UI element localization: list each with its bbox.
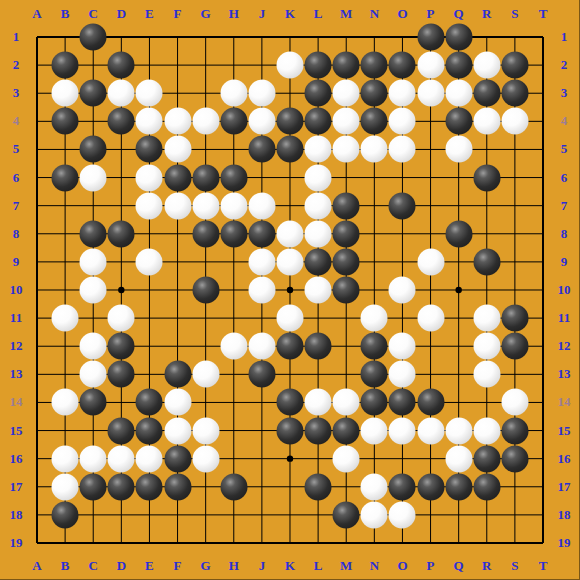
white-stone-L8[interactable] <box>305 220 332 247</box>
white-stone-G13[interactable] <box>192 361 219 388</box>
black-stone-G10[interactable] <box>192 276 219 303</box>
white-stone-R11[interactable] <box>473 305 500 332</box>
row-label-left-7: 7 <box>13 198 20 214</box>
white-stone-B11[interactable] <box>52 305 79 332</box>
black-stone-H4[interactable] <box>220 108 247 135</box>
black-stone-M7[interactable] <box>333 192 360 219</box>
black-stone-N13[interactable] <box>361 361 388 388</box>
white-stone-P3[interactable] <box>417 80 444 107</box>
black-stone-N12[interactable] <box>361 333 388 360</box>
col-label-top-P: P <box>427 6 435 22</box>
row-label-left-1: 1 <box>13 29 20 45</box>
col-label-top-R: R <box>482 6 491 22</box>
row-label-right-1: 1 <box>561 29 568 45</box>
black-stone-S16[interactable] <box>501 445 528 472</box>
white-stone-C6[interactable] <box>80 164 107 191</box>
col-label-top-D: D <box>117 6 126 22</box>
white-stone-G16[interactable] <box>192 445 219 472</box>
black-stone-J8[interactable] <box>248 220 275 247</box>
col-label-top-H: H <box>229 6 239 22</box>
black-stone-D2[interactable] <box>108 52 135 79</box>
white-stone-F14[interactable] <box>164 389 191 416</box>
col-label-top-M: M <box>340 6 352 22</box>
black-stone-L2[interactable] <box>305 52 332 79</box>
col-label-bottom-B: B <box>61 558 70 574</box>
black-stone-Q2[interactable] <box>445 52 472 79</box>
white-stone-N5[interactable] <box>361 136 388 163</box>
white-stone-D3[interactable] <box>108 80 135 107</box>
black-stone-S12[interactable] <box>501 333 528 360</box>
row-label-left-5: 5 <box>13 141 20 157</box>
white-stone-M3[interactable] <box>333 80 360 107</box>
white-stone-F15[interactable] <box>164 417 191 444</box>
row-label-right-9: 9 <box>561 254 568 270</box>
black-stone-R3[interactable] <box>473 80 500 107</box>
black-stone-B2[interactable] <box>52 52 79 79</box>
row-label-right-10: 10 <box>558 282 571 298</box>
black-stone-Q8[interactable] <box>445 220 472 247</box>
black-stone-K5[interactable] <box>276 136 303 163</box>
black-stone-P14[interactable] <box>417 389 444 416</box>
black-stone-C1[interactable] <box>80 24 107 51</box>
white-stone-B14[interactable] <box>52 389 79 416</box>
white-stone-Q5[interactable] <box>445 136 472 163</box>
white-stone-M5[interactable] <box>333 136 360 163</box>
white-stone-L6[interactable] <box>305 164 332 191</box>
black-stone-B6[interactable] <box>52 164 79 191</box>
row-label-left-14: 14 <box>10 394 23 410</box>
black-stone-E15[interactable] <box>136 417 163 444</box>
white-stone-L10[interactable] <box>305 276 332 303</box>
black-stone-N2[interactable] <box>361 52 388 79</box>
black-stone-R9[interactable] <box>473 248 500 275</box>
white-stone-L14[interactable] <box>305 389 332 416</box>
row-label-left-9: 9 <box>13 254 20 270</box>
black-stone-Q17[interactable] <box>445 473 472 500</box>
black-stone-J13[interactable] <box>248 361 275 388</box>
row-label-right-14: 14 <box>558 394 571 410</box>
row-label-left-6: 6 <box>13 170 20 186</box>
black-stone-Q4[interactable] <box>445 108 472 135</box>
row-label-right-18: 18 <box>558 507 571 523</box>
white-stone-N11[interactable] <box>361 305 388 332</box>
white-stone-P15[interactable] <box>417 417 444 444</box>
col-label-bottom-S: S <box>511 558 518 574</box>
black-stone-E17[interactable] <box>136 473 163 500</box>
white-stone-R15[interactable] <box>473 417 500 444</box>
white-stone-E6[interactable] <box>136 164 163 191</box>
white-stone-C13[interactable] <box>80 361 107 388</box>
row-label-left-19: 19 <box>10 535 23 551</box>
col-label-top-S: S <box>511 6 518 22</box>
black-stone-R6[interactable] <box>473 164 500 191</box>
white-stone-Q16[interactable] <box>445 445 472 472</box>
white-stone-J4[interactable] <box>248 108 275 135</box>
row-label-left-8: 8 <box>13 226 20 242</box>
col-label-top-Q: Q <box>454 6 464 22</box>
white-stone-E9[interactable] <box>136 248 163 275</box>
row-label-left-13: 13 <box>10 366 23 382</box>
white-stone-K11[interactable] <box>276 305 303 332</box>
white-stone-F7[interactable] <box>164 192 191 219</box>
black-stone-B18[interactable] <box>52 501 79 528</box>
black-stone-D13[interactable] <box>108 361 135 388</box>
black-stone-N4[interactable] <box>361 108 388 135</box>
row-label-left-16: 16 <box>10 451 23 467</box>
black-stone-O14[interactable] <box>389 389 416 416</box>
col-label-top-B: B <box>61 6 70 22</box>
row-label-right-15: 15 <box>558 423 571 439</box>
col-label-bottom-C: C <box>89 558 98 574</box>
white-stone-O13[interactable] <box>389 361 416 388</box>
row-label-left-15: 15 <box>10 423 23 439</box>
white-stone-L7[interactable] <box>305 192 332 219</box>
black-stone-D12[interactable] <box>108 333 135 360</box>
white-stone-J3[interactable] <box>248 80 275 107</box>
black-stone-Q1[interactable] <box>445 24 472 51</box>
white-stone-O4[interactable] <box>389 108 416 135</box>
white-stone-J10[interactable] <box>248 276 275 303</box>
black-stone-S11[interactable] <box>501 305 528 332</box>
col-label-bottom-P: P <box>427 558 435 574</box>
black-stone-K4[interactable] <box>276 108 303 135</box>
white-stone-L5[interactable] <box>305 136 332 163</box>
black-stone-G8[interactable] <box>192 220 219 247</box>
white-stone-G7[interactable] <box>192 192 219 219</box>
white-stone-O18[interactable] <box>389 501 416 528</box>
black-stone-N14[interactable] <box>361 389 388 416</box>
col-label-top-G: G <box>201 6 211 22</box>
black-stone-L12[interactable] <box>305 333 332 360</box>
col-label-top-J: J <box>259 6 266 22</box>
col-label-bottom-Q: Q <box>454 558 464 574</box>
black-stone-L4[interactable] <box>305 108 332 135</box>
row-label-left-17: 17 <box>10 479 23 495</box>
row-label-left-3: 3 <box>13 85 20 101</box>
col-label-bottom-E: E <box>145 558 154 574</box>
col-label-bottom-A: A <box>32 558 41 574</box>
black-stone-M2[interactable] <box>333 52 360 79</box>
black-stone-C8[interactable] <box>80 220 107 247</box>
col-label-bottom-M: M <box>340 558 352 574</box>
col-label-top-A: A <box>32 6 41 22</box>
col-label-top-L: L <box>314 6 323 22</box>
white-stone-P9[interactable] <box>417 248 444 275</box>
white-stone-O15[interactable] <box>389 417 416 444</box>
black-stone-B4[interactable] <box>52 108 79 135</box>
white-stone-R4[interactable] <box>473 108 500 135</box>
row-label-right-11: 11 <box>558 310 570 326</box>
black-stone-H8[interactable] <box>220 220 247 247</box>
white-stone-B3[interactable] <box>52 80 79 107</box>
col-label-bottom-F: F <box>174 558 182 574</box>
white-stone-N15[interactable] <box>361 417 388 444</box>
col-label-top-K: K <box>285 6 295 22</box>
white-stone-S4[interactable] <box>501 108 528 135</box>
white-stone-D16[interactable] <box>108 445 135 472</box>
white-stone-R12[interactable] <box>473 333 500 360</box>
col-label-bottom-L: L <box>314 558 323 574</box>
black-stone-F6[interactable] <box>164 164 191 191</box>
white-stone-H7[interactable] <box>220 192 247 219</box>
white-stone-E16[interactable] <box>136 445 163 472</box>
black-stone-S3[interactable] <box>501 80 528 107</box>
go-board-screenshot: AABBCCDDEEFFGGHHJJKKLLMMNNOOPPQQRRSSTT11… <box>0 0 580 580</box>
black-stone-D8[interactable] <box>108 220 135 247</box>
row-label-left-18: 18 <box>10 507 23 523</box>
black-stone-J5[interactable] <box>248 136 275 163</box>
row-label-right-8: 8 <box>561 226 568 242</box>
col-label-bottom-R: R <box>482 558 491 574</box>
white-stone-C12[interactable] <box>80 333 107 360</box>
black-stone-N3[interactable] <box>361 80 388 107</box>
col-label-bottom-J: J <box>259 558 266 574</box>
black-stone-D4[interactable] <box>108 108 135 135</box>
row-label-right-3: 3 <box>561 85 568 101</box>
white-stone-M14[interactable] <box>333 389 360 416</box>
black-stone-F16[interactable] <box>164 445 191 472</box>
row-label-right-13: 13 <box>558 366 571 382</box>
black-stone-O2[interactable] <box>389 52 416 79</box>
black-stone-R17[interactable] <box>473 473 500 500</box>
black-stone-O7[interactable] <box>389 192 416 219</box>
black-stone-H6[interactable] <box>220 164 247 191</box>
row-label-right-7: 7 <box>561 198 568 214</box>
col-label-bottom-G: G <box>201 558 211 574</box>
black-stone-M10[interactable] <box>333 276 360 303</box>
white-stone-C9[interactable] <box>80 248 107 275</box>
white-stone-B16[interactable] <box>52 445 79 472</box>
white-stone-J7[interactable] <box>248 192 275 219</box>
col-label-bottom-H: H <box>229 558 239 574</box>
white-stone-J9[interactable] <box>248 248 275 275</box>
black-stone-M18[interactable] <box>333 501 360 528</box>
black-stone-S2[interactable] <box>501 52 528 79</box>
white-stone-E4[interactable] <box>136 108 163 135</box>
white-stone-E7[interactable] <box>136 192 163 219</box>
row-label-left-11: 11 <box>10 310 22 326</box>
black-stone-H17[interactable] <box>220 473 247 500</box>
black-stone-D15[interactable] <box>108 417 135 444</box>
col-label-bottom-T: T <box>539 558 548 574</box>
white-stone-B17[interactable] <box>52 473 79 500</box>
col-label-bottom-N: N <box>370 558 379 574</box>
black-stone-S15[interactable] <box>501 417 528 444</box>
black-stone-L3[interactable] <box>305 80 332 107</box>
black-stone-L17[interactable] <box>305 473 332 500</box>
row-label-left-2: 2 <box>13 57 20 73</box>
row-label-left-4: 4 <box>13 113 20 129</box>
black-stone-L9[interactable] <box>305 248 332 275</box>
white-stone-P11[interactable] <box>417 305 444 332</box>
black-stone-K15[interactable] <box>276 417 303 444</box>
white-stone-F5[interactable] <box>164 136 191 163</box>
col-label-top-C: C <box>89 6 98 22</box>
row-label-right-19: 19 <box>558 535 571 551</box>
black-stone-C5[interactable] <box>80 136 107 163</box>
white-stone-M16[interactable] <box>333 445 360 472</box>
white-stone-H3[interactable] <box>220 80 247 107</box>
white-stone-G4[interactable] <box>192 108 219 135</box>
row-label-right-2: 2 <box>561 57 568 73</box>
col-label-bottom-D: D <box>117 558 126 574</box>
black-stone-C17[interactable] <box>80 473 107 500</box>
white-stone-K9[interactable] <box>276 248 303 275</box>
black-stone-O17[interactable] <box>389 473 416 500</box>
black-stone-C14[interactable] <box>80 389 107 416</box>
white-stone-K2[interactable] <box>276 52 303 79</box>
white-stone-N17[interactable] <box>361 473 388 500</box>
white-stone-S14[interactable] <box>501 389 528 416</box>
row-label-right-4: 4 <box>561 113 568 129</box>
black-stone-L15[interactable] <box>305 417 332 444</box>
white-stone-P2[interactable] <box>417 52 444 79</box>
white-stone-O12[interactable] <box>389 333 416 360</box>
row-label-right-17: 17 <box>558 479 571 495</box>
black-stone-C3[interactable] <box>80 80 107 107</box>
black-stone-P1[interactable] <box>417 24 444 51</box>
row-label-right-12: 12 <box>558 338 571 354</box>
black-stone-F17[interactable] <box>164 473 191 500</box>
col-label-top-O: O <box>397 6 407 22</box>
black-stone-P17[interactable] <box>417 473 444 500</box>
black-stone-M9[interactable] <box>333 248 360 275</box>
white-stone-R2[interactable] <box>473 52 500 79</box>
col-label-top-E: E <box>145 6 154 22</box>
white-stone-C16[interactable] <box>80 445 107 472</box>
row-label-left-10: 10 <box>10 282 23 298</box>
white-stone-Q15[interactable] <box>445 417 472 444</box>
black-stone-F13[interactable] <box>164 361 191 388</box>
black-stone-E14[interactable] <box>136 389 163 416</box>
white-stone-R13[interactable] <box>473 361 500 388</box>
col-label-bottom-O: O <box>397 558 407 574</box>
row-label-right-5: 5 <box>561 141 568 157</box>
black-stone-D17[interactable] <box>108 473 135 500</box>
white-stone-N18[interactable] <box>361 501 388 528</box>
white-stone-D11[interactable] <box>108 305 135 332</box>
white-stone-J12[interactable] <box>248 333 275 360</box>
row-label-right-6: 6 <box>561 170 568 186</box>
white-stone-O5[interactable] <box>389 136 416 163</box>
white-stone-O10[interactable] <box>389 276 416 303</box>
white-stone-M4[interactable] <box>333 108 360 135</box>
black-stone-M15[interactable] <box>333 417 360 444</box>
black-stone-K14[interactable] <box>276 389 303 416</box>
black-stone-G6[interactable] <box>192 164 219 191</box>
white-stone-F4[interactable] <box>164 108 191 135</box>
row-label-right-16: 16 <box>558 451 571 467</box>
white-stone-H12[interactable] <box>220 333 247 360</box>
col-label-top-F: F <box>174 6 182 22</box>
white-stone-E3[interactable] <box>136 80 163 107</box>
row-label-left-12: 12 <box>10 338 23 354</box>
white-stone-C10[interactable] <box>80 276 107 303</box>
black-stone-R16[interactable] <box>473 445 500 472</box>
col-label-top-T: T <box>539 6 548 22</box>
black-stone-M8[interactable] <box>333 220 360 247</box>
col-label-bottom-K: K <box>285 558 295 574</box>
white-stone-Q3[interactable] <box>445 80 472 107</box>
black-stone-E5[interactable] <box>136 136 163 163</box>
white-stone-K8[interactable] <box>276 220 303 247</box>
white-stone-G15[interactable] <box>192 417 219 444</box>
col-label-top-N: N <box>370 6 379 22</box>
white-stone-O3[interactable] <box>389 80 416 107</box>
black-stone-K12[interactable] <box>276 333 303 360</box>
